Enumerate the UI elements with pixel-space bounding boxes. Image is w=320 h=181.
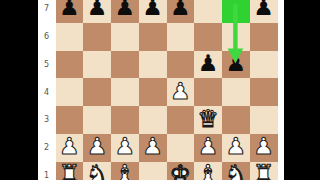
- letterbox-left: [0, 0, 38, 180]
- square-g4[interactable]: [222, 78, 250, 106]
- rank-label-3: 3: [38, 115, 49, 124]
- square-g1[interactable]: ♞: [222, 162, 250, 181]
- square-a3[interactable]: [56, 106, 84, 134]
- square-b7[interactable]: ♟: [83, 0, 111, 23]
- chess-app-viewport: 7654321 ♟♟♟♟♟♟♟♟♟♛♟♟♟♟♟♟♟♜♞♝♚♝♞♜: [0, 0, 320, 180]
- rank-label-4: 4: [38, 88, 49, 97]
- piece-white-knight[interactable]: ♞: [86, 162, 108, 180]
- square-h3[interactable]: [250, 106, 278, 134]
- piece-black-pawn[interactable]: ♟: [170, 0, 191, 19]
- rank-label-5: 5: [38, 60, 49, 69]
- piece-white-pawn[interactable]: ♟: [142, 135, 163, 158]
- piece-white-pawn[interactable]: ♟: [87, 135, 108, 158]
- square-h1[interactable]: ♜: [250, 162, 278, 181]
- rank-label-column: 7654321: [38, 0, 51, 180]
- square-g2[interactable]: ♟: [222, 134, 250, 162]
- square-c6[interactable]: [111, 23, 139, 51]
- piece-black-pawn[interactable]: ♟: [115, 0, 136, 19]
- square-g3[interactable]: [222, 106, 250, 134]
- piece-white-pawn[interactable]: ♟: [198, 135, 219, 158]
- square-e7[interactable]: ♟: [167, 0, 195, 23]
- square-f3[interactable]: ♛: [194, 106, 222, 134]
- square-a2[interactable]: ♟: [56, 134, 84, 162]
- square-g6[interactable]: [222, 23, 250, 51]
- rank-label-7: 7: [38, 4, 49, 13]
- square-e2[interactable]: [167, 134, 195, 162]
- piece-black-pawn[interactable]: ♟: [87, 0, 108, 19]
- square-c7[interactable]: ♟: [111, 0, 139, 23]
- square-d5[interactable]: [139, 51, 167, 79]
- square-d4[interactable]: [139, 78, 167, 106]
- square-f6[interactable]: [194, 23, 222, 51]
- piece-black-pawn[interactable]: ♟: [59, 0, 80, 19]
- square-e6[interactable]: [167, 23, 195, 51]
- piece-white-rook[interactable]: ♜: [253, 162, 275, 180]
- square-c5[interactable]: [111, 51, 139, 79]
- square-a5[interactable]: [56, 51, 84, 79]
- piece-black-pawn[interactable]: ♟: [226, 52, 247, 75]
- piece-white-bishop[interactable]: ♝: [197, 162, 219, 180]
- piece-black-pawn[interactable]: ♟: [198, 52, 219, 75]
- square-d1[interactable]: [139, 162, 167, 181]
- square-b6[interactable]: [83, 23, 111, 51]
- piece-white-pawn[interactable]: ♟: [253, 135, 274, 158]
- square-b5[interactable]: [83, 51, 111, 79]
- square-g7[interactable]: [222, 0, 250, 23]
- piece-white-pawn[interactable]: ♟: [170, 80, 191, 103]
- rank-label-2: 2: [38, 143, 49, 152]
- square-h2[interactable]: ♟: [250, 134, 278, 162]
- square-b2[interactable]: ♟: [83, 134, 111, 162]
- square-b1[interactable]: ♞: [83, 162, 111, 181]
- square-f4[interactable]: [194, 78, 222, 106]
- square-h7[interactable]: ♟: [250, 0, 278, 23]
- square-a4[interactable]: [56, 78, 84, 106]
- square-d2[interactable]: ♟: [139, 134, 167, 162]
- piece-black-pawn[interactable]: ♟: [142, 0, 163, 19]
- piece-white-pawn[interactable]: ♟: [115, 135, 136, 158]
- square-e5[interactable]: [167, 51, 195, 79]
- square-a7[interactable]: ♟: [56, 0, 84, 23]
- piece-white-king[interactable]: ♚: [170, 162, 192, 180]
- square-d6[interactable]: [139, 23, 167, 51]
- piece-white-knight[interactable]: ♞: [225, 162, 247, 180]
- square-c1[interactable]: ♝: [111, 162, 139, 181]
- piece-white-queen[interactable]: ♛: [197, 107, 219, 131]
- rank-label-6: 6: [38, 32, 49, 41]
- square-h6[interactable]: [250, 23, 278, 51]
- square-f7[interactable]: [194, 0, 222, 23]
- rank-label-1: 1: [38, 171, 49, 180]
- square-e3[interactable]: [167, 106, 195, 134]
- piece-white-pawn[interactable]: ♟: [59, 135, 80, 158]
- square-b3[interactable]: [83, 106, 111, 134]
- piece-white-bishop[interactable]: ♝: [114, 162, 136, 180]
- square-a6[interactable]: [56, 23, 84, 51]
- square-h4[interactable]: [250, 78, 278, 106]
- square-e4[interactable]: ♟: [167, 78, 195, 106]
- square-d7[interactable]: ♟: [139, 0, 167, 23]
- square-e1[interactable]: ♚: [167, 162, 195, 181]
- square-b4[interactable]: [83, 78, 111, 106]
- piece-white-pawn[interactable]: ♟: [226, 135, 247, 158]
- square-h5[interactable]: [250, 51, 278, 79]
- square-f2[interactable]: ♟: [194, 134, 222, 162]
- square-a1[interactable]: ♜: [56, 162, 84, 181]
- square-d3[interactable]: [139, 106, 167, 134]
- square-f5[interactable]: ♟: [194, 51, 222, 79]
- square-c4[interactable]: [111, 78, 139, 106]
- square-c3[interactable]: [111, 106, 139, 134]
- letterbox-right: [284, 0, 320, 180]
- chess-board[interactable]: ♟♟♟♟♟♟♟♟♟♛♟♟♟♟♟♟♟♜♞♝♚♝♞♜: [56, 0, 278, 180]
- square-g5[interactable]: ♟: [222, 51, 250, 79]
- piece-black-pawn[interactable]: ♟: [253, 0, 274, 19]
- square-c2[interactable]: ♟: [111, 134, 139, 162]
- square-f1[interactable]: ♝: [194, 162, 222, 181]
- piece-white-rook[interactable]: ♜: [59, 162, 81, 180]
